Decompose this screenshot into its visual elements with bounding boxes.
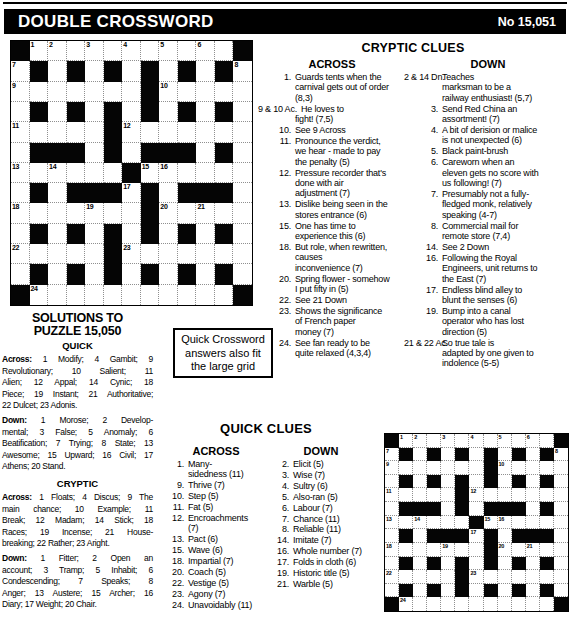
grid-cell[interactable] (455, 434, 469, 448)
cell-number: 23 (123, 244, 130, 252)
grid-cell[interactable] (455, 516, 469, 530)
clue-text: Pact (6) (188, 534, 218, 544)
grid-cell[interactable] (215, 163, 234, 183)
grid-cell[interactable] (498, 529, 512, 543)
grid-cell[interactable] (30, 82, 49, 102)
grid-cell[interactable] (233, 102, 252, 122)
grid-cell[interactable] (85, 82, 104, 102)
grid-cell[interactable] (385, 557, 399, 571)
clue-number-label: 11. (160, 502, 184, 512)
grid-cell[interactable]: 14 (48, 163, 67, 183)
clue-item: 21 & 22 Ac.So true tale is adapted by on… (404, 338, 570, 369)
grid-block-cell (104, 102, 123, 122)
grid-cell[interactable] (196, 143, 215, 163)
grid-cell[interactable] (48, 244, 67, 264)
grid-cell[interactable]: 2 (413, 434, 427, 448)
grid-cell[interactable] (385, 502, 399, 516)
clue-number-label: 5. (404, 146, 438, 156)
cell-number: 6 (197, 41, 201, 49)
grid-cell[interactable] (469, 543, 483, 557)
grid-cell[interactable] (48, 224, 67, 244)
grid-cell[interactable] (399, 488, 413, 502)
grid-block-cell (540, 584, 554, 598)
grid-cell[interactable]: 3 (85, 41, 104, 61)
grid-cell[interactable] (233, 244, 252, 264)
grid-cell[interactable] (484, 434, 498, 448)
grid-cell[interactable] (196, 224, 215, 244)
grid-cell[interactable] (469, 475, 483, 489)
clue-text: But role, when rewritten, causes inconve… (295, 242, 387, 273)
grid-cell[interactable] (233, 203, 252, 223)
grid-cell[interactable] (455, 597, 469, 611)
clue-number-label: 17. (404, 285, 438, 295)
grid-cell[interactable] (540, 597, 554, 611)
grid-cell[interactable] (215, 82, 234, 102)
grid-cell[interactable]: 6 (196, 41, 215, 61)
grid-cell[interactable] (48, 102, 67, 122)
grid-cell[interactable] (11, 224, 30, 244)
grid-cell[interactable] (196, 102, 215, 122)
grid-cell[interactable] (122, 143, 141, 163)
grid-cell[interactable] (196, 264, 215, 284)
grid-cell[interactable] (178, 203, 197, 223)
grid-cell[interactable] (30, 203, 49, 223)
grid-cell[interactable] (413, 597, 427, 611)
grid-cell[interactable] (512, 488, 526, 502)
grid-cell[interactable] (67, 203, 86, 223)
grid-cell[interactable] (178, 82, 197, 102)
grid-cell[interactable] (498, 448, 512, 462)
grid-cell[interactable] (215, 122, 234, 142)
grid-cell[interactable]: 1 (30, 41, 49, 61)
grid-cell[interactable]: 3 (441, 434, 455, 448)
grid-cell[interactable] (85, 122, 104, 142)
grid-cell[interactable] (85, 244, 104, 264)
grid-cell[interactable] (159, 285, 178, 305)
grid-cell[interactable] (484, 597, 498, 611)
grid-block-cell (385, 597, 399, 611)
grid-cell[interactable] (233, 224, 252, 244)
clue-text: Dislike being seen in the stores entranc… (295, 199, 388, 219)
grid-cell[interactable] (526, 584, 540, 598)
grid-cell[interactable]: 20 (159, 203, 178, 223)
grid-cell[interactable] (413, 488, 427, 502)
clue-item: 17.Endless blind alley to blunt the sens… (404, 285, 570, 306)
grid-block-cell (441, 529, 455, 543)
grid-cell[interactable] (48, 285, 67, 305)
grid-cell[interactable]: 22 (11, 244, 30, 264)
grid-cell[interactable]: 6 (526, 434, 540, 448)
cell-number: 3 (86, 41, 90, 49)
grid-cell[interactable] (122, 82, 141, 102)
grid-cell[interactable] (441, 597, 455, 611)
grid-cell[interactable] (30, 244, 49, 264)
grid-cell[interactable]: 4 (469, 434, 483, 448)
grid-cell[interactable] (441, 488, 455, 502)
grid-cell[interactable] (67, 285, 86, 305)
clue-item: 4.A bit of derision or malice is not une… (404, 125, 570, 146)
grid-cell[interactable]: 21 (526, 543, 540, 557)
grid-cell[interactable] (512, 543, 526, 557)
grid-cell[interactable]: 17 (122, 183, 141, 203)
grid-cell[interactable] (233, 122, 252, 142)
grid-block-cell (85, 183, 104, 203)
grid-cell[interactable] (104, 285, 123, 305)
grid-cell[interactable] (48, 61, 67, 81)
grid-cell[interactable] (554, 516, 568, 530)
grid-cell[interactable] (196, 122, 215, 142)
clue-text: Elicit (5) (293, 459, 324, 469)
grid-cell[interactable] (526, 597, 540, 611)
grid-cell[interactable]: 8 (233, 61, 252, 81)
grid-cell[interactable] (233, 264, 252, 284)
grid-cell[interactable] (196, 285, 215, 305)
grid-cell[interactable] (498, 557, 512, 571)
cryptic-across-clue-list: 1.Guards tents when the carnival gets ou… (258, 72, 406, 359)
grid-cell[interactable]: 16 (498, 516, 512, 530)
cell-number: 17 (123, 183, 130, 191)
grid-cell[interactable] (196, 244, 215, 264)
grid-cell[interactable] (85, 102, 104, 122)
grid-cell[interactable] (122, 285, 141, 305)
grid-cell[interactable]: 17 (469, 529, 483, 543)
grid-cell[interactable] (159, 224, 178, 244)
grid-cell[interactable] (67, 122, 86, 142)
grid-cell[interactable]: 1 (399, 434, 413, 448)
grid-cell[interactable] (441, 502, 455, 516)
grid-cell[interactable] (196, 82, 215, 102)
grid-cell[interactable] (11, 264, 30, 284)
grid-cell[interactable] (540, 461, 554, 475)
cell-number: 5 (499, 434, 502, 440)
grid-cell[interactable] (122, 61, 141, 81)
grid-cell[interactable] (159, 122, 178, 142)
cell-number: 22 (12, 244, 19, 252)
solution-line: Across: 1 Modify; 4 Gambit; 9 (2, 354, 153, 366)
grid-cell[interactable] (441, 475, 455, 489)
grid-cell[interactable] (104, 41, 123, 61)
grid-cell[interactable]: 18 (385, 543, 399, 557)
clue-number-label: 18. (258, 242, 291, 252)
grid-cell[interactable] (469, 448, 483, 462)
grid-block-cell (498, 502, 512, 516)
grid-cell[interactable] (512, 516, 526, 530)
grid-cell[interactable]: 24 (399, 597, 413, 611)
grid-cell[interactable] (455, 461, 469, 475)
grid-cell[interactable] (104, 203, 123, 223)
grid-cell[interactable] (540, 434, 554, 448)
grid-cell[interactable] (554, 529, 568, 543)
grid-cell[interactable] (554, 475, 568, 489)
grid-cell[interactable] (554, 584, 568, 598)
clue-text: Reliable (11) (293, 524, 341, 534)
cell-number: 12 (470, 488, 476, 494)
grid-cell[interactable] (48, 264, 67, 284)
grid-cell[interactable] (427, 570, 441, 584)
grid-cell[interactable] (67, 41, 86, 61)
solution-line: Across: 1 Floats; 4 Discus; 9 The (2, 492, 153, 504)
grid-cell[interactable] (48, 82, 67, 102)
clue-number-label: 22. (160, 578, 184, 588)
grid-cell[interactable] (399, 461, 413, 475)
grid-cell[interactable] (413, 475, 427, 489)
grid-cell[interactable] (413, 557, 427, 571)
solutions-cryptic-heading: CRYPTIC (2, 478, 153, 489)
grid-cell[interactable] (498, 584, 512, 598)
grid-cell[interactable]: 15 (484, 516, 498, 530)
grid-cell[interactable] (526, 475, 540, 489)
grid-cell[interactable]: 19 (441, 543, 455, 557)
grid-cell[interactable] (215, 41, 234, 61)
grid-cell[interactable] (178, 163, 197, 183)
grid-cell[interactable] (512, 570, 526, 584)
grid-cell[interactable] (540, 570, 554, 584)
grid-cell[interactable]: 23 (122, 244, 141, 264)
grid-cell[interactable] (141, 244, 160, 264)
grid-block-cell (141, 82, 160, 102)
grid-cell[interactable] (67, 163, 86, 183)
grid-cell[interactable] (554, 570, 568, 584)
grid-cell[interactable]: 4 (122, 41, 141, 61)
grid-cell[interactable] (85, 224, 104, 244)
grid-cell[interactable] (498, 570, 512, 584)
grid-cell[interactable] (413, 448, 427, 462)
grid-cell[interactable] (441, 516, 455, 530)
grid-cell[interactable] (48, 203, 67, 223)
grid-cell[interactable] (526, 488, 540, 502)
grid-cell[interactable] (512, 461, 526, 475)
cell-number: 15 (485, 516, 491, 522)
grid-cell[interactable]: 18 (11, 203, 30, 223)
clue-number-label: 16. (262, 546, 289, 556)
grid-cell[interactable]: 11 (385, 488, 399, 502)
grid-cell[interactable] (526, 516, 540, 530)
grid-cell[interactable]: 12 (469, 488, 483, 502)
grid-cell[interactable] (498, 475, 512, 489)
grid-cell[interactable] (427, 461, 441, 475)
grid-cell[interactable]: 22 (385, 570, 399, 584)
clue-number-label: 4. (262, 481, 289, 491)
cell-number: 2 (414, 434, 417, 440)
clue-number-label: 15. (160, 545, 184, 555)
grid-cell[interactable] (413, 461, 427, 475)
grid-cell[interactable] (30, 122, 49, 142)
grid-cell[interactable]: 15 (141, 163, 160, 183)
grid-cell[interactable] (441, 584, 455, 598)
grid-cell[interactable] (413, 529, 427, 543)
grid-cell[interactable] (441, 557, 455, 571)
grid-cell[interactable] (498, 597, 512, 611)
grid-cell[interactable]: 9 (11, 82, 30, 102)
grid-cell[interactable]: 20 (498, 543, 512, 557)
grid-cell[interactable] (441, 570, 455, 584)
grid-cell[interactable] (48, 183, 67, 203)
grid-cell[interactable] (67, 82, 86, 102)
grid-cell[interactable] (233, 163, 252, 183)
quick-across-heading: ACROSS (160, 445, 272, 457)
grid-cell[interactable] (215, 285, 234, 305)
grid-cell[interactable] (512, 597, 526, 611)
clue-item: 8.Commercial mail for remote store (7,4) (404, 221, 570, 242)
grid-cell[interactable] (11, 143, 30, 163)
grid-cell[interactable] (178, 41, 197, 61)
grid-cell[interactable] (85, 285, 104, 305)
grid-block-cell (11, 41, 30, 61)
grid-cell[interactable] (196, 61, 215, 81)
grid-block-cell (215, 224, 234, 244)
grid-cell[interactable]: 10 (498, 461, 512, 475)
grid-cell[interactable] (427, 543, 441, 557)
grid-cell[interactable] (215, 244, 234, 264)
grid-cell[interactable]: 11 (11, 122, 30, 142)
clue-number-label: 10. (160, 491, 184, 501)
grid-cell[interactable] (469, 584, 483, 598)
grid-cell[interactable] (85, 264, 104, 284)
grid-cell[interactable]: 7 (11, 61, 30, 81)
grid-block-cell (399, 502, 413, 516)
grid-block-cell (67, 102, 86, 122)
grid-block-cell (512, 529, 526, 543)
grid-cell[interactable] (512, 434, 526, 448)
grid-cell[interactable] (385, 584, 399, 598)
grid-cell[interactable]: 8 (554, 448, 568, 462)
grid-cell[interactable] (141, 41, 160, 61)
grid-cell[interactable]: 5 (498, 434, 512, 448)
solution-line: Condescending; 7 Speaks; 8 (2, 576, 153, 588)
grid-cell[interactable] (178, 122, 197, 142)
grid-cell[interactable] (441, 448, 455, 462)
grid-cell[interactable] (385, 475, 399, 489)
grid-cell[interactable]: 2 (48, 41, 67, 61)
grid-cell[interactable]: 16 (159, 163, 178, 183)
grid-cell[interactable] (141, 285, 160, 305)
grid-cell[interactable] (178, 244, 197, 264)
grid-cell[interactable] (427, 516, 441, 530)
grid-block-cell (427, 584, 441, 598)
grid-cell[interactable]: 7 (385, 448, 399, 462)
grid-block-cell (159, 143, 178, 163)
grid-cell[interactable] (484, 488, 498, 502)
grid-cell[interactable] (85, 163, 104, 183)
grid-cell[interactable]: 19 (85, 203, 104, 223)
grid-block-cell (48, 143, 67, 163)
grid-cell[interactable] (554, 543, 568, 557)
grid-cell[interactable] (413, 570, 427, 584)
grid-cell[interactable] (469, 461, 483, 475)
grid-block-cell (178, 224, 197, 244)
grid-cell[interactable]: 13 (385, 516, 399, 530)
grid-cell[interactable] (196, 163, 215, 183)
grid-cell[interactable] (399, 543, 413, 557)
grid-cell[interactable] (104, 82, 123, 102)
grid-cell[interactable] (413, 584, 427, 598)
grid-cell[interactable] (526, 557, 540, 571)
grid-cell[interactable] (526, 502, 540, 516)
grid-cell[interactable] (11, 102, 30, 122)
grid-cell[interactable] (85, 61, 104, 81)
grid-cell[interactable] (122, 224, 141, 244)
grid-cell[interactable] (67, 244, 86, 264)
grid-cell[interactable] (122, 102, 141, 122)
clue-item: 4.Sultry (6) (262, 481, 384, 491)
grid-cell[interactable]: 24 (30, 285, 49, 305)
grid-cell[interactable] (30, 163, 49, 183)
grid-cell[interactable] (540, 488, 554, 502)
grid-cell[interactable] (540, 516, 554, 530)
grid-cell[interactable] (141, 122, 160, 142)
clue-item: 11.Pronounce the verdict, we hear - made… (258, 136, 406, 167)
grid-cell[interactable]: 21 (196, 203, 215, 223)
grid-cell[interactable] (159, 183, 178, 203)
grid-cell[interactable] (427, 488, 441, 502)
grid-block-cell (526, 529, 540, 543)
clue-number-label: 9 & 10 Ac. (258, 104, 297, 114)
clue-item: 21.Warble (5) (262, 579, 384, 589)
grid-cell[interactable] (122, 264, 141, 284)
grid-cell[interactable] (469, 597, 483, 611)
grid-cell[interactable] (441, 461, 455, 475)
grid-cell[interactable] (469, 557, 483, 571)
grid-cell[interactable]: 13 (11, 163, 30, 183)
grid-cell[interactable] (484, 570, 498, 584)
grid-cell[interactable] (526, 461, 540, 475)
grid-cell[interactable] (233, 82, 252, 102)
grid-cell[interactable] (85, 143, 104, 163)
grid-block-cell (122, 163, 141, 183)
grid-cell[interactable] (11, 183, 30, 203)
grid-cell[interactable] (427, 434, 441, 448)
grid-cell[interactable] (104, 163, 123, 183)
grid-cell[interactable] (159, 264, 178, 284)
grid-cell[interactable] (385, 529, 399, 543)
grid-cell[interactable] (399, 516, 413, 530)
grid-cell[interactable] (469, 502, 483, 516)
grid-cell[interactable]: 14 (413, 516, 427, 530)
grid-cell[interactable] (48, 122, 67, 142)
clue-text: Many- sidedness (11) (188, 459, 244, 479)
grid-cell[interactable] (399, 570, 413, 584)
grid-cell[interactable] (526, 570, 540, 584)
grid-cell[interactable] (554, 557, 568, 571)
grid-cell[interactable] (233, 183, 252, 203)
grid-cell[interactable] (413, 543, 427, 557)
grid-cell[interactable] (233, 143, 252, 163)
grid-cell[interactable] (554, 502, 568, 516)
grid-block-cell (399, 529, 413, 543)
grid-cell[interactable]: 5 (159, 41, 178, 61)
grid-cell[interactable] (427, 597, 441, 611)
grid-cell[interactable]: 12 (122, 122, 141, 142)
grid-cell[interactable] (526, 448, 540, 462)
grid-cell[interactable] (554, 488, 568, 502)
grid-cell[interactable] (159, 102, 178, 122)
page-title: DOUBLE CROSSWORD (18, 12, 214, 32)
grid-cell[interactable] (455, 543, 469, 557)
cryptic-clues-title: CRYPTIC CLUES (256, 41, 570, 55)
grid-cell[interactable] (178, 285, 197, 305)
grid-cell[interactable] (540, 543, 554, 557)
grid-cell[interactable] (554, 461, 568, 475)
grid-cell[interactable]: 10 (159, 82, 178, 102)
grid-cell[interactable] (498, 488, 512, 502)
grid-block-cell (104, 61, 123, 81)
grid-cell[interactable] (159, 61, 178, 81)
grid-cell[interactable] (215, 203, 234, 223)
grid-cell[interactable] (159, 244, 178, 264)
grid-cell[interactable]: 9 (385, 461, 399, 475)
grid-cell[interactable] (122, 203, 141, 223)
grid-cell[interactable]: 23 (469, 570, 483, 584)
